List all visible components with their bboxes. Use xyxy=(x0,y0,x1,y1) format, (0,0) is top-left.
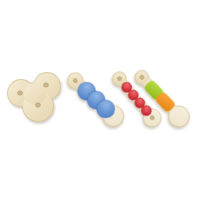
trefoil-base xyxy=(6,72,68,128)
product-photo xyxy=(0,0,200,200)
